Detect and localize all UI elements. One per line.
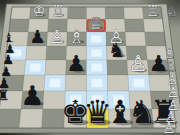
chess-board-3d[interactable]: ♔♖♖♕♟♙♗♙♞♟♙♟♟♚♛♝♞♜♝♟♟♟♟♜♘♗♘♙♙♙♙♙ bbox=[0, 0, 180, 135]
move-highlight-g5 bbox=[30, 64, 41, 72]
piece-bP-g7[interactable]: ♟ bbox=[20, 80, 44, 111]
move-highlight-d4 bbox=[91, 49, 102, 56]
square-a2[interactable] bbox=[144, 19, 165, 32]
piece-bP-e5[interactable]: ♟ bbox=[66, 51, 86, 76]
square-f4[interactable] bbox=[46, 46, 67, 60]
captured-white-piece: ♙ bbox=[162, 119, 175, 135]
move-highlight-d3 bbox=[91, 35, 101, 42]
piece-wQ-d2[interactable]: ♕ bbox=[89, 14, 104, 33]
square-h1[interactable] bbox=[11, 7, 31, 19]
square-e1[interactable] bbox=[68, 7, 87, 19]
square-h8[interactable] bbox=[0, 109, 21, 128]
piece-wK-g1[interactable]: ♔ bbox=[32, 2, 45, 20]
square-f5[interactable] bbox=[45, 60, 66, 75]
piece-wR-f1[interactable]: ♖ bbox=[51, 2, 64, 20]
square-g4[interactable] bbox=[26, 46, 47, 60]
square-b1[interactable] bbox=[124, 7, 144, 19]
piece-wB-e3[interactable]: ♗ bbox=[69, 26, 85, 47]
square-c6[interactable] bbox=[107, 75, 129, 91]
square-c1[interactable] bbox=[105, 7, 124, 19]
square-e6[interactable] bbox=[65, 75, 86, 91]
move-highlight-d6 bbox=[92, 79, 103, 87]
chess-game-window: ♔♖♖♕♟♙♗♙♞♟♙♟♟♚♛♝♞♜♝♟♟♟♟♜♘♗♘♙♙♙♙♙ bbox=[0, 0, 180, 135]
captured-black-piece: ♜ bbox=[0, 87, 9, 103]
square-g8[interactable] bbox=[19, 109, 43, 128]
piece-wR-a1[interactable]: ♖ bbox=[146, 2, 159, 20]
square-c5[interactable] bbox=[107, 60, 128, 75]
piece-wP-f3[interactable]: ♙ bbox=[49, 26, 65, 47]
piece-bN-c4[interactable]: ♞ bbox=[108, 38, 126, 62]
piece-bP-g3[interactable]: ♟ bbox=[29, 26, 45, 47]
move-highlight-d5 bbox=[91, 64, 102, 72]
piece-wP-b5[interactable]: ♙ bbox=[128, 51, 148, 76]
captured-white-piece: ♘ bbox=[167, 5, 178, 19]
square-b3[interactable] bbox=[125, 32, 146, 46]
move-highlight-f6 bbox=[49, 79, 60, 87]
square-a3[interactable] bbox=[145, 32, 166, 46]
square-b2[interactable] bbox=[125, 19, 145, 32]
move-highlight-b6 bbox=[133, 79, 145, 87]
